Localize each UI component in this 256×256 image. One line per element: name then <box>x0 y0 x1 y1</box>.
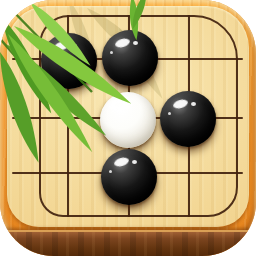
stone-highlight <box>110 51 113 54</box>
black-stone <box>160 91 216 147</box>
black-stone <box>41 33 97 89</box>
stone-highlight <box>72 44 77 48</box>
stone-highlight <box>168 112 171 115</box>
stone-highlight <box>49 54 52 57</box>
go-app-icon[interactable] <box>0 0 256 256</box>
stone-highlight <box>109 98 130 112</box>
black-stone <box>102 30 158 86</box>
stone-highlight <box>113 156 130 168</box>
stones-layer <box>7 6 249 227</box>
go-board <box>7 6 249 227</box>
stone-highlight <box>114 37 131 49</box>
wood-side-band <box>0 230 256 256</box>
wood-side-band-grain <box>0 232 256 256</box>
white-stone <box>100 92 156 148</box>
stone-highlight <box>53 40 70 52</box>
stone-highlight <box>191 102 196 106</box>
black-stone <box>101 149 157 205</box>
stone-highlight <box>109 170 112 173</box>
stone-highlight <box>133 41 138 45</box>
stone-highlight <box>172 98 189 110</box>
stone-highlight <box>132 160 137 164</box>
